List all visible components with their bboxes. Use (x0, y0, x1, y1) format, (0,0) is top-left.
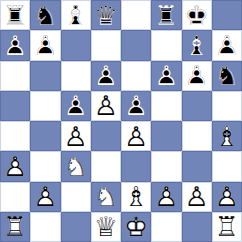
black-pawn-outline-glyph: ♙ (91, 61, 121, 91)
square-c4[interactable]: ♟♙ (61, 121, 91, 151)
square-b6[interactable] (30, 61, 60, 91)
white-pawn-outline-glyph: ♙ (182, 182, 212, 212)
black-king[interactable]: ♚♔ (182, 0, 212, 30)
square-c2[interactable] (61, 182, 91, 212)
white-pawn[interactable]: ♟♙ (182, 182, 212, 212)
square-h5[interactable] (212, 91, 242, 121)
white-pawn[interactable]: ♟♙ (30, 182, 60, 212)
black-rook-outline-glyph: ♖ (0, 0, 30, 30)
black-pawn-outline-glyph: ♙ (0, 30, 30, 60)
square-e7[interactable] (121, 30, 151, 60)
square-g3[interactable] (182, 151, 212, 181)
square-f5[interactable] (151, 91, 181, 121)
black-queen-outline-glyph: ♕ (91, 0, 121, 30)
white-pawn-outline-glyph: ♙ (61, 121, 91, 151)
white-knight-outline-glyph: ♘ (61, 151, 91, 181)
white-king-outline-glyph: ♔ (121, 212, 151, 242)
square-g6[interactable]: ♟♙ (182, 61, 212, 91)
black-knight-outline-glyph: ♘ (212, 61, 242, 91)
square-c3[interactable]: ♞♘ (61, 151, 91, 181)
black-bishop-outline-glyph: ♗ (182, 30, 212, 60)
black-pawn-outline-glyph: ♙ (121, 91, 151, 121)
square-d1[interactable]: ♛♕ (91, 212, 121, 242)
square-d3[interactable] (91, 151, 121, 181)
white-pawn-outline-glyph: ♙ (0, 151, 30, 181)
black-pawn[interactable]: ♟♙ (91, 61, 121, 91)
square-b8[interactable]: ♞♘ (30, 0, 60, 30)
square-g7[interactable]: ♝♗ (182, 30, 212, 60)
square-h4[interactable]: ♝♗ (212, 121, 242, 151)
white-pawn-outline-glyph: ♙ (30, 182, 60, 212)
square-h3[interactable] (212, 151, 242, 181)
white-queen-outline-glyph: ♕ (91, 212, 121, 242)
black-knight[interactable]: ♞♘ (212, 61, 242, 91)
square-d2[interactable]: ♞♘ (91, 182, 121, 212)
white-pawn[interactable]: ♟♙ (212, 182, 242, 212)
black-pawn[interactable]: ♟♙ (182, 61, 212, 91)
black-bishop-outline-glyph: ♗ (61, 0, 91, 30)
square-g2[interactable]: ♟♙ (182, 182, 212, 212)
square-a5[interactable] (0, 91, 30, 121)
black-pawn-outline-glyph: ♙ (182, 61, 212, 91)
white-pawn[interactable]: ♟♙ (121, 121, 151, 151)
square-g5[interactable] (182, 91, 212, 121)
square-d7[interactable] (91, 30, 121, 60)
black-pawn-outline-glyph: ♙ (61, 91, 91, 121)
square-b5[interactable] (30, 91, 60, 121)
square-f6[interactable]: ♟♙ (151, 61, 181, 91)
square-c5[interactable]: ♟♙ (61, 91, 91, 121)
square-h2[interactable]: ♟♙ (212, 182, 242, 212)
square-e5[interactable]: ♟♙ (121, 91, 151, 121)
white-rook[interactable]: ♜♖ (0, 212, 30, 242)
black-knight[interactable]: ♞♘ (30, 0, 60, 30)
square-c1[interactable] (61, 212, 91, 242)
square-f3[interactable] (151, 151, 181, 181)
square-e6[interactable] (121, 61, 151, 91)
white-pawn[interactable]: ♟♙ (61, 121, 91, 151)
square-h6[interactable]: ♞♘ (212, 61, 242, 91)
white-pawn-outline-glyph: ♙ (212, 182, 242, 212)
white-queen[interactable]: ♛♕ (91, 212, 121, 242)
square-d6[interactable]: ♟♙ (91, 61, 121, 91)
square-g8[interactable]: ♚♔ (182, 0, 212, 30)
white-pawn[interactable]: ♟♙ (151, 182, 181, 212)
square-b3[interactable] (30, 151, 60, 181)
square-h1[interactable]: ♜♖ (212, 212, 242, 242)
black-pawn-outline-glyph: ♙ (212, 30, 242, 60)
square-d8[interactable]: ♛♕ (91, 0, 121, 30)
square-a6[interactable] (0, 61, 30, 91)
white-bishop-outline-glyph: ♗ (212, 121, 242, 151)
black-pawn-outline-glyph: ♙ (30, 30, 60, 60)
black-pawn[interactable]: ♟♙ (0, 30, 30, 60)
square-g1[interactable] (182, 212, 212, 242)
square-a2[interactable] (0, 182, 30, 212)
white-pawn[interactable]: ♟♙ (91, 91, 121, 121)
square-f8[interactable]: ♜♖ (151, 0, 181, 30)
white-king[interactable]: ♚♔ (121, 212, 151, 242)
square-b2[interactable]: ♟♙ (30, 182, 60, 212)
square-b7[interactable]: ♟♙ (30, 30, 60, 60)
white-bishop[interactable]: ♝♗ (121, 182, 151, 212)
square-a3[interactable]: ♟♙ (0, 151, 30, 181)
square-h8[interactable] (212, 0, 242, 30)
square-h7[interactable]: ♟♙ (212, 30, 242, 60)
black-pawn[interactable]: ♟♙ (121, 91, 151, 121)
square-f7[interactable] (151, 30, 181, 60)
square-c7[interactable] (61, 30, 91, 60)
square-d5[interactable]: ♟♙ (91, 91, 121, 121)
white-pawn-outline-glyph: ♙ (91, 91, 121, 121)
white-knight[interactable]: ♞♘ (91, 182, 121, 212)
square-f1[interactable] (151, 212, 181, 242)
black-pawn[interactable]: ♟♙ (30, 30, 60, 60)
square-e2[interactable]: ♝♗ (121, 182, 151, 212)
black-rook[interactable]: ♜♖ (151, 0, 181, 30)
square-b1[interactable] (30, 212, 60, 242)
white-bishop-outline-glyph: ♗ (121, 182, 151, 212)
black-knight-outline-glyph: ♘ (30, 0, 60, 30)
black-bishop[interactable]: ♝♗ (182, 30, 212, 60)
square-a4[interactable] (0, 121, 30, 151)
black-bishop[interactable]: ♝♗ (61, 0, 91, 30)
square-c8[interactable]: ♝♗ (61, 0, 91, 30)
square-a7[interactable]: ♟♙ (0, 30, 30, 60)
square-e3[interactable] (121, 151, 151, 181)
white-rook-outline-glyph: ♖ (212, 212, 242, 242)
black-rook-outline-glyph: ♖ (151, 0, 181, 30)
black-pawn[interactable]: ♟♙ (212, 30, 242, 60)
square-g4[interactable] (182, 121, 212, 151)
black-queen[interactable]: ♛♕ (91, 0, 121, 30)
white-knight-outline-glyph: ♘ (91, 182, 121, 212)
white-pawn-outline-glyph: ♙ (121, 121, 151, 151)
black-king-outline-glyph: ♔ (182, 0, 212, 30)
white-pawn[interactable]: ♟♙ (0, 151, 30, 181)
black-pawn[interactable]: ♟♙ (151, 61, 181, 91)
square-f2[interactable]: ♟♙ (151, 182, 181, 212)
chess-board: ♜♖♞♘♝♗♛♕♜♖♚♔♟♙♟♙♝♗♟♙♟♙♟♙♟♙♞♘♟♙♟♙♟♙♟♙♟♙♝♗… (0, 0, 242, 242)
black-pawn-outline-glyph: ♙ (151, 61, 181, 91)
white-rook-outline-glyph: ♖ (0, 212, 30, 242)
white-bishop[interactable]: ♝♗ (212, 121, 242, 151)
square-e4[interactable]: ♟♙ (121, 121, 151, 151)
square-a1[interactable]: ♜♖ (0, 212, 30, 242)
square-c6[interactable] (61, 61, 91, 91)
square-e8[interactable] (121, 0, 151, 30)
square-d4[interactable] (91, 121, 121, 151)
white-knight[interactable]: ♞♘ (61, 151, 91, 181)
white-pawn-outline-glyph: ♙ (151, 182, 181, 212)
square-b4[interactable] (30, 121, 60, 151)
white-rook[interactable]: ♜♖ (212, 212, 242, 242)
black-rook[interactable]: ♜♖ (0, 0, 30, 30)
black-pawn[interactable]: ♟♙ (61, 91, 91, 121)
square-a8[interactable]: ♜♖ (0, 0, 30, 30)
square-f4[interactable] (151, 121, 181, 151)
square-e1[interactable]: ♚♔ (121, 212, 151, 242)
